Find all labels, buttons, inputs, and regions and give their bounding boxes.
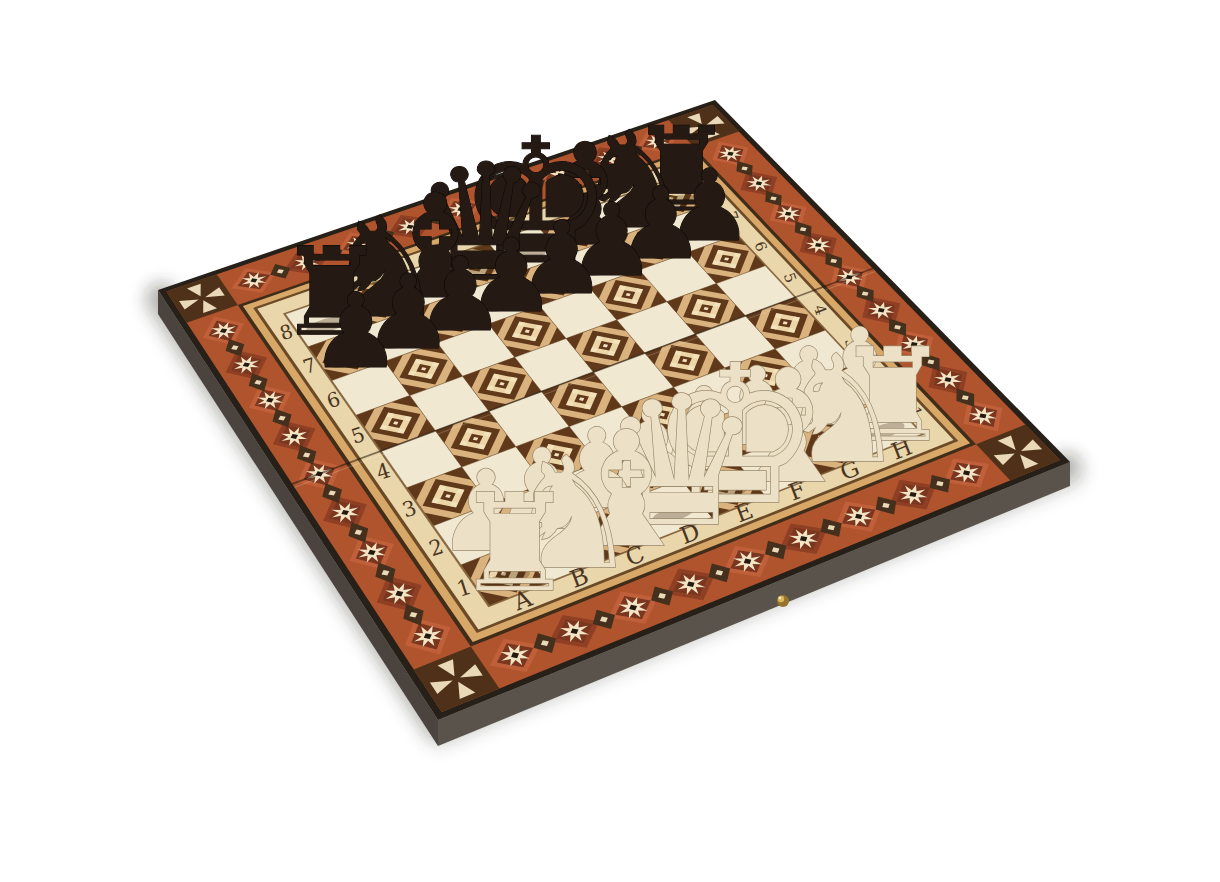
brass-latch-highlight: [778, 596, 784, 602]
chess-board: A11B22C33D44E55F66G77H88♜♞♝♚♛♝♞♜♟♟♟♟♟♟♟♟…: [0, 0, 1220, 882]
piece-black-pawn-a7[interactable]: ♟: [310, 271, 403, 391]
chess-photo-scene: A11B22C33D44E55F66G77H88♜♞♝♚♛♝♞♜♟♟♟♟♟♟♟♟…: [0, 0, 1220, 882]
piece-white-rook-a1[interactable]: ♜: [454, 465, 575, 622]
brass-latch-glint: [779, 597, 781, 599]
